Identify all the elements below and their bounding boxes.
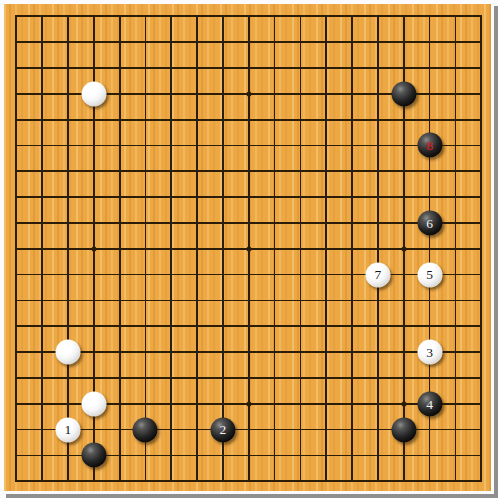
frame-shadow-bottom bbox=[6, 494, 498, 498]
stone-white-p9[interactable]: 7 bbox=[365, 262, 390, 287]
frame-shadow-right bbox=[494, 6, 498, 498]
grid-line-horizontal bbox=[15, 300, 482, 302]
move-number-label: 3 bbox=[426, 345, 433, 359]
board-window: 86753412 bbox=[0, 0, 498, 498]
stone-white-d16[interactable] bbox=[81, 81, 106, 106]
grid-line-vertical bbox=[300, 15, 302, 482]
hoshi-point bbox=[246, 401, 251, 406]
grid-line-vertical bbox=[455, 15, 457, 482]
hoshi-point bbox=[401, 246, 406, 251]
move-number-label: 1 bbox=[65, 423, 72, 437]
move-number-label: 4 bbox=[426, 397, 433, 411]
goban[interactable]: 86753412 bbox=[4, 4, 491, 491]
grid-line-horizontal bbox=[15, 377, 482, 379]
hoshi-point bbox=[246, 91, 251, 96]
hoshi-point bbox=[91, 246, 96, 251]
grid-line-vertical bbox=[351, 15, 353, 482]
grid-line-vertical bbox=[274, 15, 276, 482]
move-number-label: 7 bbox=[375, 268, 382, 282]
stone-white-r6[interactable]: 3 bbox=[417, 340, 442, 365]
hoshi-point bbox=[246, 246, 251, 251]
grid-line-horizontal bbox=[15, 325, 482, 327]
stone-white-r9[interactable]: 5 bbox=[417, 262, 442, 287]
grid-line-horizontal bbox=[15, 274, 482, 276]
hoshi-point bbox=[401, 401, 406, 406]
move-number-label: 6 bbox=[426, 216, 433, 230]
grid-line-vertical bbox=[325, 15, 327, 482]
stone-white-c3[interactable]: 1 bbox=[55, 417, 80, 442]
stone-white-d4[interactable] bbox=[81, 391, 106, 416]
move-number-label: 2 bbox=[220, 423, 227, 437]
grid-line-vertical bbox=[377, 15, 379, 482]
grid-line-vertical bbox=[480, 15, 482, 482]
stone-black-f3[interactable] bbox=[133, 417, 158, 442]
stone-black-q16[interactable] bbox=[391, 81, 416, 106]
move-number-label: 5 bbox=[426, 268, 433, 282]
grid-line-horizontal bbox=[15, 351, 482, 353]
grid-line-horizontal bbox=[15, 480, 482, 482]
stone-black-r4[interactable]: 4 bbox=[417, 391, 442, 416]
stone-black-d2[interactable] bbox=[81, 443, 106, 468]
stone-white-c6[interactable] bbox=[55, 340, 80, 365]
stone-black-r14[interactable]: 8 bbox=[417, 133, 442, 158]
stone-black-q3[interactable] bbox=[391, 417, 416, 442]
move-number-label: 8 bbox=[426, 139, 433, 153]
stone-black-j3[interactable]: 2 bbox=[210, 417, 235, 442]
stone-black-r11[interactable]: 6 bbox=[417, 210, 442, 235]
